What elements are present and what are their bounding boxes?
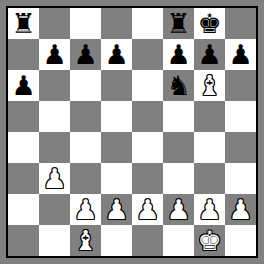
square-h3[interactable] (225, 163, 256, 194)
square-g8[interactable]: ♚ (194, 8, 225, 39)
piece-black-king[interactable]: ♚ (197, 8, 221, 39)
square-c8[interactable] (70, 8, 101, 39)
square-b6[interactable] (39, 70, 70, 101)
square-a3[interactable] (8, 163, 39, 194)
square-b4[interactable] (39, 132, 70, 163)
chess-board: ♜♜♚♟♟♟♟♟♟♟♞♝♟♟♟♟♟♟♟♝♚ (6, 6, 258, 258)
square-e6[interactable] (132, 70, 163, 101)
piece-black-pawn[interactable]: ♟ (73, 39, 97, 70)
square-c7[interactable]: ♟ (70, 39, 101, 70)
board-frame: ♜♜♚♟♟♟♟♟♟♟♞♝♟♟♟♟♟♟♟♝♚ (0, 0, 264, 264)
piece-white-king[interactable]: ♚ (197, 225, 221, 256)
square-f1[interactable] (163, 225, 194, 256)
square-a8[interactable]: ♜ (8, 8, 39, 39)
square-f6[interactable]: ♞ (163, 70, 194, 101)
square-g5[interactable] (194, 101, 225, 132)
piece-black-pawn[interactable]: ♟ (104, 39, 128, 70)
square-d3[interactable] (101, 163, 132, 194)
square-g6[interactable]: ♝ (194, 70, 225, 101)
square-e5[interactable] (132, 101, 163, 132)
square-e4[interactable] (132, 132, 163, 163)
square-h6[interactable] (225, 70, 256, 101)
square-d6[interactable] (101, 70, 132, 101)
square-a1[interactable] (8, 225, 39, 256)
square-d1[interactable] (101, 225, 132, 256)
square-c5[interactable] (70, 101, 101, 132)
piece-white-pawn[interactable]: ♟ (73, 194, 97, 225)
square-h2[interactable]: ♟ (225, 194, 256, 225)
piece-black-knight[interactable]: ♞ (166, 70, 190, 101)
square-f2[interactable]: ♟ (163, 194, 194, 225)
square-f7[interactable]: ♟ (163, 39, 194, 70)
square-b2[interactable] (39, 194, 70, 225)
square-c2[interactable]: ♟ (70, 194, 101, 225)
piece-white-pawn[interactable]: ♟ (42, 163, 66, 194)
square-e1[interactable] (132, 225, 163, 256)
square-e7[interactable] (132, 39, 163, 70)
square-f4[interactable] (163, 132, 194, 163)
square-d4[interactable] (101, 132, 132, 163)
square-c4[interactable] (70, 132, 101, 163)
piece-black-pawn[interactable]: ♟ (166, 39, 190, 70)
square-g4[interactable] (194, 132, 225, 163)
square-b8[interactable] (39, 8, 70, 39)
piece-white-pawn[interactable]: ♟ (166, 194, 190, 225)
square-c1[interactable]: ♝ (70, 225, 101, 256)
square-h1[interactable] (225, 225, 256, 256)
piece-white-bishop[interactable]: ♝ (73, 225, 97, 256)
piece-black-rook[interactable]: ♜ (166, 8, 190, 39)
square-b7[interactable]: ♟ (39, 39, 70, 70)
square-f5[interactable] (163, 101, 194, 132)
piece-white-pawn[interactable]: ♟ (197, 194, 221, 225)
piece-white-pawn[interactable]: ♟ (135, 194, 159, 225)
square-d5[interactable] (101, 101, 132, 132)
square-h7[interactable]: ♟ (225, 39, 256, 70)
square-b1[interactable] (39, 225, 70, 256)
square-f3[interactable] (163, 163, 194, 194)
square-a7[interactable] (8, 39, 39, 70)
piece-black-pawn[interactable]: ♟ (11, 70, 35, 101)
square-g1[interactable]: ♚ (194, 225, 225, 256)
square-g7[interactable]: ♟ (194, 39, 225, 70)
square-b5[interactable] (39, 101, 70, 132)
piece-black-pawn[interactable]: ♟ (228, 39, 252, 70)
piece-white-pawn[interactable]: ♟ (104, 194, 128, 225)
piece-white-pawn[interactable]: ♟ (228, 194, 252, 225)
piece-black-pawn[interactable]: ♟ (42, 39, 66, 70)
square-a2[interactable] (8, 194, 39, 225)
square-h8[interactable] (225, 8, 256, 39)
square-e3[interactable] (132, 163, 163, 194)
square-a6[interactable]: ♟ (8, 70, 39, 101)
square-a5[interactable] (8, 101, 39, 132)
square-e2[interactable]: ♟ (132, 194, 163, 225)
square-g2[interactable]: ♟ (194, 194, 225, 225)
square-d8[interactable] (101, 8, 132, 39)
square-h5[interactable] (225, 101, 256, 132)
square-b3[interactable]: ♟ (39, 163, 70, 194)
square-h4[interactable] (225, 132, 256, 163)
piece-black-rook[interactable]: ♜ (11, 8, 35, 39)
square-d7[interactable]: ♟ (101, 39, 132, 70)
square-c6[interactable] (70, 70, 101, 101)
piece-black-pawn[interactable]: ♟ (197, 39, 221, 70)
square-d2[interactable]: ♟ (101, 194, 132, 225)
square-f8[interactable]: ♜ (163, 8, 194, 39)
square-e8[interactable] (132, 8, 163, 39)
square-c3[interactable] (70, 163, 101, 194)
square-g3[interactable] (194, 163, 225, 194)
square-a4[interactable] (8, 132, 39, 163)
piece-white-bishop[interactable]: ♝ (197, 70, 221, 101)
